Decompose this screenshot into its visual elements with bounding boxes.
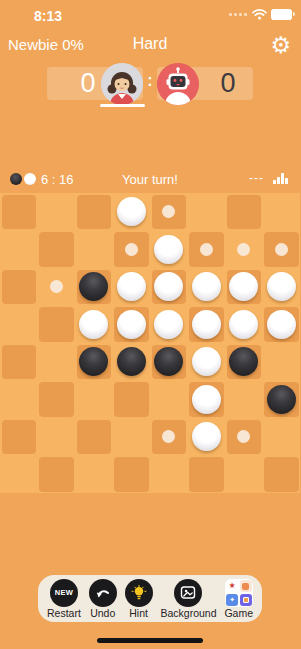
board-cell-f5[interactable]	[188, 343, 226, 381]
board-cell-g5[interactable]	[225, 343, 263, 381]
board-cell-d5[interactable]	[113, 343, 151, 381]
board-cell-e7[interactable]	[150, 418, 188, 456]
white-piece	[154, 235, 183, 264]
girl-avatar	[101, 63, 143, 105]
board-cell-c7[interactable]	[75, 418, 113, 456]
board-cell-b3[interactable]	[38, 268, 76, 306]
board-cell-h1[interactable]	[263, 193, 301, 231]
board-cell-c4[interactable]	[75, 306, 113, 344]
black-piece	[117, 347, 146, 376]
board-cell-h3[interactable]	[263, 268, 301, 306]
board-cell-e1[interactable]	[150, 193, 188, 231]
legal-move-hint-dot	[162, 430, 175, 443]
white-piece	[267, 272, 296, 301]
undo-arrow-icon	[89, 579, 117, 607]
app-screen: 8:13 Newbie 0% Hard ⚙ 0 : 0	[0, 0, 300, 649]
white-piece	[117, 197, 146, 226]
board-cell-a2[interactable]	[0, 231, 38, 269]
board-cell-e6[interactable]	[150, 381, 188, 419]
legal-move-hint-dot	[237, 430, 250, 443]
board-cell-b8[interactable]	[38, 456, 76, 494]
black-piece	[229, 347, 258, 376]
info-bar: 6 : 16 Your turn! ---	[0, 168, 300, 192]
white-piece	[192, 272, 221, 301]
board	[0, 193, 300, 493]
game-button[interactable]: ★ ✦ Game	[224, 579, 253, 619]
robot-avatar	[157, 63, 199, 105]
board-cell-b4[interactable]	[38, 306, 76, 344]
legal-move-hint-dot	[275, 243, 288, 256]
undo-label: Undo	[90, 608, 115, 619]
white-piece	[192, 385, 221, 414]
mini-avatar-app-icon	[240, 580, 252, 592]
board-cell-c6[interactable]	[75, 381, 113, 419]
board-cell-c8[interactable]	[75, 456, 113, 494]
board-cell-h5[interactable]	[263, 343, 301, 381]
board-cell-d3[interactable]	[113, 268, 151, 306]
board-cell-h7[interactable]	[263, 418, 301, 456]
board-cell-b6[interactable]	[38, 381, 76, 419]
white-piece	[117, 272, 146, 301]
board-cell-c1[interactable]	[75, 193, 113, 231]
board-cell-g4[interactable]	[225, 306, 263, 344]
white-piece	[154, 272, 183, 301]
hint-label: Hint	[129, 608, 148, 619]
board-cell-b5[interactable]	[38, 343, 76, 381]
board-cell-g1[interactable]	[225, 193, 263, 231]
board-cell-e8[interactable]	[150, 456, 188, 494]
board-cell-g8[interactable]	[225, 456, 263, 494]
board-cell-f1[interactable]	[188, 193, 226, 231]
background-label: Background	[160, 608, 216, 619]
board-cell-b2[interactable]	[38, 231, 76, 269]
board-cell-a4[interactable]	[0, 306, 38, 344]
mini-blue-app-icon: ✦	[226, 594, 238, 606]
board-cell-a6[interactable]	[0, 381, 38, 419]
white-piece	[267, 310, 296, 339]
white-piece	[229, 272, 258, 301]
board-cell-f6[interactable]	[188, 381, 226, 419]
board-cell-c3[interactable]	[75, 268, 113, 306]
legal-move-hint-dot	[125, 243, 138, 256]
bar-chart-icon[interactable]	[273, 172, 288, 184]
background-button[interactable]: Background	[160, 579, 216, 619]
black-piece	[79, 347, 108, 376]
board-cell-h8[interactable]	[263, 456, 301, 494]
board-cell-c5[interactable]	[75, 343, 113, 381]
mini-star-app-icon: ★	[226, 580, 238, 592]
board-cell-g3[interactable]	[225, 268, 263, 306]
mini-board-app-icon	[240, 594, 252, 606]
status-time: 8:13	[26, 8, 70, 24]
game-label: Game	[224, 608, 253, 619]
board-cell-c2[interactable]	[75, 231, 113, 269]
black-piece	[154, 347, 183, 376]
undo-button[interactable]: Undo	[89, 579, 117, 619]
hint-button[interactable]: Hint	[125, 579, 153, 619]
white-piece	[117, 310, 146, 339]
board-cell-b7[interactable]	[38, 418, 76, 456]
board-cell-d7[interactable]	[113, 418, 151, 456]
black-piece	[79, 272, 108, 301]
photo-icon	[174, 579, 202, 607]
white-piece	[192, 310, 221, 339]
wifi-icon	[252, 9, 267, 20]
cellular-dots-icon	[229, 13, 247, 16]
board-cell-d1[interactable]	[113, 193, 151, 231]
board-cell-a3[interactable]	[0, 268, 38, 306]
white-piece	[154, 310, 183, 339]
toolbar: NEW Restart Undo Hint	[38, 575, 262, 622]
board-cell-f2[interactable]	[188, 231, 226, 269]
battery-icon	[271, 9, 292, 20]
board-cell-d6[interactable]	[113, 381, 151, 419]
status-icons	[229, 9, 292, 20]
board-cell-h6[interactable]	[263, 381, 301, 419]
status-bar: 8:13	[0, 0, 300, 30]
white-piece	[229, 310, 258, 339]
board-cell-h2[interactable]	[263, 231, 301, 269]
legal-move-hint-dot	[162, 205, 175, 218]
board-cell-f3[interactable]	[188, 268, 226, 306]
difficulty-label: Hard	[0, 35, 300, 53]
board-cell-f4[interactable]	[188, 306, 226, 344]
header: Newbie 0% Hard ⚙	[0, 30, 300, 60]
board-cell-f7[interactable]	[188, 418, 226, 456]
board-cell-d4[interactable]	[113, 306, 151, 344]
white-piece	[192, 422, 221, 451]
board-cell-a1[interactable]	[0, 193, 38, 231]
board-cell-h4[interactable]	[263, 306, 301, 344]
white-piece	[192, 347, 221, 376]
new-badge-icon: NEW	[50, 579, 78, 607]
gear-icon[interactable]: ⚙	[270, 31, 291, 59]
restart-button[interactable]: NEW Restart	[47, 579, 81, 619]
board-cell-e3[interactable]	[150, 268, 188, 306]
board-cell-e2[interactable]	[150, 231, 188, 269]
board-cell-f8[interactable]	[188, 456, 226, 494]
score-separator: :	[144, 72, 156, 90]
board-cell-g6[interactable]	[225, 381, 263, 419]
board-cell-e5[interactable]	[150, 343, 188, 381]
board-cell-a8[interactable]	[0, 456, 38, 494]
legal-move-hint-dot	[50, 280, 63, 293]
board-cell-e4[interactable]	[150, 306, 188, 344]
black-piece	[267, 385, 296, 414]
restart-label: Restart	[47, 608, 81, 619]
board-cell-g7[interactable]	[225, 418, 263, 456]
home-indicator[interactable]	[97, 638, 203, 643]
legal-move-hint-dot	[200, 243, 213, 256]
white-piece	[79, 310, 108, 339]
mini-app-grid-icon: ★ ✦	[225, 579, 253, 607]
active-turn-underline	[100, 104, 145, 107]
board-cell-a7[interactable]	[0, 418, 38, 456]
legal-move-hint-dot	[237, 243, 250, 256]
ai-score: 0	[210, 66, 246, 100]
move-history-dashes: ---	[249, 171, 264, 185]
board-cell-d8[interactable]	[113, 456, 151, 494]
board-cell-g2[interactable]	[225, 231, 263, 269]
board-cell-b1[interactable]	[38, 193, 76, 231]
lightbulb-icon	[125, 579, 153, 607]
board-cell-d2[interactable]	[113, 231, 151, 269]
board-cell-a5[interactable]	[0, 343, 38, 381]
